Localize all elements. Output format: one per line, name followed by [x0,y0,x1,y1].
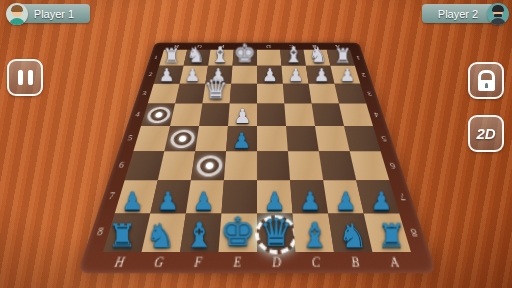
black-pawn-e5[interactable]: ♟ [226,130,257,151]
lock-icon [478,70,495,91]
file-label: B [334,252,377,273]
file-labels-top: HGFEDCBA [164,43,350,50]
square-d5[interactable] [257,126,288,151]
pause-icon [18,70,23,85]
square-c4[interactable] [284,104,315,126]
file-label: E [234,43,257,50]
square-g7[interactable]: ♟ [150,180,191,213]
square-f8[interactable]: ♝ [180,213,221,252]
square-b8[interactable]: ♞ [328,213,372,252]
file-label: G [137,252,180,273]
player2-avatar-icon [487,3,509,25]
white-queen-f3[interactable]: ♛ [202,76,229,103]
square-f3[interactable]: ♛ [202,84,231,104]
player1-name: Player 1 [34,8,74,20]
white-pawn-c2[interactable]: ♟ [283,66,309,84]
square-g6[interactable] [158,151,195,180]
square-e2[interactable] [231,66,257,84]
square-f7[interactable]: ♟ [186,180,224,213]
square-f4[interactable] [199,104,230,126]
file-label: E [217,252,257,273]
legal-move-dot[interactable] [195,155,223,176]
file-label: F [177,252,219,273]
file-label: G [187,43,211,50]
square-b2[interactable]: ♟ [306,66,335,84]
square-e1[interactable]: ♚ [233,50,257,66]
square-d3[interactable] [257,84,284,104]
square-e5[interactable]: ♟ [226,126,257,151]
square-e8[interactable]: ♚ [219,213,257,252]
board-wrap: HGFEDCBA HGFEDCBA 12345678 12345678 ♜♞♝♚… [127,0,387,256]
file-labels-bottom: HGFEDCBA [97,252,418,273]
white-pawn-d2[interactable]: ♟ [257,66,283,84]
black-pawn-g7[interactable]: ♟ [150,189,186,214]
square-a5[interactable] [344,126,381,151]
square-d4[interactable] [257,104,286,126]
square-e3[interactable] [230,84,257,104]
black-rook-h8[interactable]: ♜ [103,220,141,252]
square-c5[interactable] [286,126,319,151]
file-label: F [210,43,234,50]
board-rim: HGFEDCBA HGFEDCBA 12345678 12345678 ♜♞♝♚… [77,43,436,274]
black-pawn-c7[interactable]: ♟ [293,189,329,214]
app-screen: HGFEDCBA HGFEDCBA 12345678 12345678 ♜♞♝♚… [0,0,512,288]
black-pawn-h7[interactable]: ♟ [115,189,151,214]
pause-button[interactable] [7,59,43,96]
legal-move-dot[interactable] [168,129,195,147]
black-pawn-b7[interactable]: ♟ [328,189,364,214]
square-g3[interactable] [175,84,205,104]
black-bishop-f8[interactable]: ♝ [180,218,218,253]
file-label: A [372,252,417,273]
square-b5[interactable] [315,126,350,151]
black-rook-a8[interactable]: ♜ [372,220,410,252]
legal-move-dot[interactable] [145,107,172,123]
file-label: D [257,252,297,273]
black-knight-b8[interactable]: ♞ [334,219,372,252]
black-queen-d8[interactable]: ♛ [257,214,295,252]
view-2d-button[interactable]: 2D [468,115,504,152]
square-f6[interactable] [191,151,226,180]
square-h4[interactable] [141,104,175,126]
square-e6[interactable] [224,151,257,180]
square-d7[interactable]: ♟ [257,180,293,213]
black-pawn-f7[interactable]: ♟ [186,189,222,214]
square-c2[interactable]: ♟ [281,66,308,84]
black-bishop-c8[interactable]: ♝ [295,218,333,253]
square-e4[interactable]: ♟ [228,104,257,126]
square-g5[interactable] [164,126,199,151]
white-pawn-e4[interactable]: ♟ [228,106,257,126]
white-pawn-h2[interactable]: ♟ [154,66,180,84]
square-d6[interactable] [257,151,290,180]
file-label: H [164,43,189,50]
square-f5[interactable] [195,126,228,151]
view-2d-label: 2D [476,125,495,142]
file-label: A [325,43,350,50]
black-king-e8[interactable]: ♚ [219,212,257,252]
white-pawn-b2[interactable]: ♟ [309,66,335,84]
square-g4[interactable] [170,104,202,126]
file-label: B [302,43,326,50]
player1-avatar-icon [6,3,28,25]
file-label: D [257,43,280,50]
file-label: C [295,252,337,273]
file-label: C [280,43,304,50]
square-c3[interactable] [283,84,312,104]
player2-badge: Player 2 [422,4,494,23]
square-b6[interactable] [319,151,356,180]
square-c8[interactable]: ♝ [293,213,334,252]
lock-button[interactable] [468,62,504,99]
square-d2[interactable]: ♟ [257,66,283,84]
square-d8[interactable]: ♛ [257,213,295,252]
black-pawn-a7[interactable]: ♟ [364,189,400,214]
player1-badge: Player 1 [18,4,90,23]
square-c7[interactable]: ♟ [290,180,328,213]
square-c6[interactable] [288,151,323,180]
file-label: H [97,252,142,273]
square-b4[interactable] [312,104,344,126]
player2-name: Player 2 [438,8,478,20]
black-knight-g8[interactable]: ♞ [142,219,180,252]
